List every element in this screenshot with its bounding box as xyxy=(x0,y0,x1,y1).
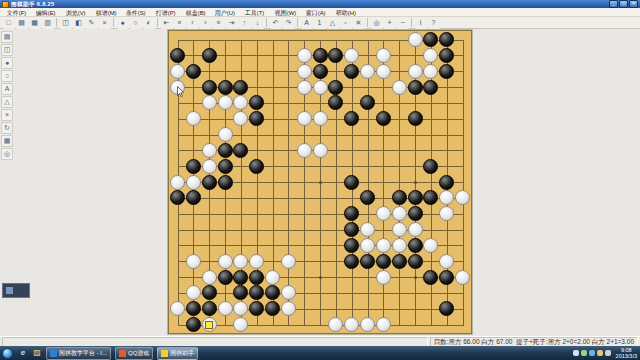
stone-black[interactable] xyxy=(265,301,280,316)
undo-icon[interactable]: ↶ xyxy=(270,17,282,29)
triangle-icon[interactable]: △ xyxy=(1,96,13,108)
stone-black[interactable] xyxy=(249,95,264,110)
status-left-panel xyxy=(2,337,428,347)
board-icon[interactable]: ◫ xyxy=(60,17,72,29)
stone-black[interactable] xyxy=(392,190,407,205)
stone-white[interactable] xyxy=(360,238,375,253)
stone-white[interactable] xyxy=(360,222,375,237)
client-area: ▤◫●○A△×↻▦◎ xyxy=(0,29,640,336)
stone-white[interactable] xyxy=(170,175,185,190)
zoom-in-icon[interactable]: + xyxy=(384,17,396,29)
stone-white[interactable] xyxy=(202,159,217,174)
stone-white[interactable] xyxy=(297,64,312,79)
stone-white[interactable] xyxy=(408,222,423,237)
message-icon[interactable] xyxy=(605,350,611,356)
toolbar-separator xyxy=(297,18,298,27)
stone-black[interactable] xyxy=(408,206,423,221)
grid-icon[interactable]: ▦ xyxy=(1,135,13,147)
menu-item-9[interactable]: 工具(T) xyxy=(241,8,268,16)
mark-cross-icon[interactable]: ✕ xyxy=(353,17,365,29)
desktop: { "game": "go (weiqi), 19x19", "window":… xyxy=(0,0,640,360)
stone-white[interactable] xyxy=(218,301,233,316)
stone-white[interactable] xyxy=(233,254,248,269)
print-icon[interactable]: ▥ xyxy=(42,17,54,29)
stone-black[interactable] xyxy=(344,238,359,253)
stone-black[interactable] xyxy=(249,270,264,285)
stone-black[interactable] xyxy=(376,111,391,126)
stone-black[interactable] xyxy=(170,190,185,205)
stone-black[interactable] xyxy=(265,285,280,300)
stone-black[interactable] xyxy=(408,111,423,126)
stone-black[interactable] xyxy=(233,80,248,95)
antivirus-icon[interactable] xyxy=(589,350,595,356)
stone-black[interactable] xyxy=(233,270,248,285)
maximize-button[interactable]: □ xyxy=(619,0,628,8)
first-move-icon[interactable]: ⇤ xyxy=(161,17,173,29)
stone-black[interactable] xyxy=(344,64,359,79)
stone-black[interactable] xyxy=(186,317,201,332)
play-black-icon[interactable]: ● xyxy=(1,57,13,69)
stone-white[interactable] xyxy=(392,222,407,237)
white-stone-icon[interactable]: ○ xyxy=(130,17,142,29)
stone-black[interactable] xyxy=(423,80,438,95)
menu-item-8[interactable]: 用户(U) xyxy=(211,8,239,16)
play-white-icon[interactable]: ○ xyxy=(1,70,13,82)
taskbar-button-label: QQ游戏 xyxy=(128,349,149,358)
explorer-quicklaunch-icon[interactable]: ▨ xyxy=(32,348,42,358)
board-small-icon[interactable]: ◫ xyxy=(1,44,13,56)
stone-white[interactable] xyxy=(344,48,359,63)
open-icon[interactable]: ▤ xyxy=(16,17,28,29)
up-variation-icon[interactable]: ↑ xyxy=(239,17,251,29)
stone-white[interactable] xyxy=(233,111,248,126)
stone-black[interactable] xyxy=(423,270,438,285)
stone-white[interactable] xyxy=(265,270,280,285)
stone-black[interactable] xyxy=(439,301,454,316)
mark-triangle-icon[interactable]: △ xyxy=(327,17,339,29)
mark-number-icon[interactable]: 1 xyxy=(314,17,326,29)
stone-black[interactable] xyxy=(233,285,248,300)
stone-white[interactable] xyxy=(218,95,233,110)
mouse-cursor xyxy=(176,84,185,102)
stone-black[interactable] xyxy=(423,32,438,47)
stone-white[interactable] xyxy=(423,64,438,79)
stone-black[interactable] xyxy=(408,190,423,205)
stone-white[interactable] xyxy=(344,317,359,332)
stone-white[interactable] xyxy=(170,64,185,79)
taskbar-button-icon xyxy=(119,350,126,357)
stone-white[interactable] xyxy=(360,64,375,79)
stone-black[interactable] xyxy=(313,48,328,63)
stone-black[interactable] xyxy=(344,254,359,269)
stone-white[interactable] xyxy=(202,143,217,158)
stone-black[interactable] xyxy=(249,159,264,174)
network-icon[interactable] xyxy=(581,350,587,356)
stone-black[interactable] xyxy=(344,222,359,237)
stone-white[interactable] xyxy=(439,254,454,269)
menu-item-11[interactable]: 窗口(A) xyxy=(302,8,329,16)
target-icon[interactable]: ◎ xyxy=(1,148,13,160)
stone-white[interactable] xyxy=(376,317,391,332)
grid-line-v xyxy=(368,40,369,326)
star-point xyxy=(414,276,417,279)
stone-white[interactable] xyxy=(439,190,454,205)
menu-item-2[interactable]: 编辑(E) xyxy=(32,8,59,16)
volume-icon[interactable] xyxy=(573,350,579,356)
stone-black[interactable] xyxy=(344,111,359,126)
info-icon[interactable]: i xyxy=(415,17,427,29)
stone-white[interactable] xyxy=(423,48,438,63)
stone-black[interactable] xyxy=(233,143,248,158)
stone-white[interactable] xyxy=(297,48,312,63)
stone-white[interactable] xyxy=(233,317,248,332)
star-point xyxy=(319,181,322,184)
stone-black[interactable] xyxy=(360,95,375,110)
stone-white[interactable] xyxy=(186,254,201,269)
count-icon[interactable]: ◎ xyxy=(371,17,383,29)
stone-black[interactable] xyxy=(218,159,233,174)
mark-square-icon[interactable]: ▫ xyxy=(340,17,352,29)
toolbar: □▤▦▥◫◧✎×●○◐⇤«‹›»⇥↑↓↶↷A1△▫✕◎+−i? xyxy=(0,17,640,29)
stone-white[interactable] xyxy=(202,95,217,110)
toolbar-separator xyxy=(411,18,412,27)
stone-black[interactable] xyxy=(439,32,454,47)
stone-white[interactable] xyxy=(186,175,201,190)
stone-black[interactable] xyxy=(328,80,343,95)
rotate-icon[interactable]: ↻ xyxy=(1,122,13,134)
stone-black[interactable] xyxy=(392,254,407,269)
back-icon[interactable]: ‹ xyxy=(187,17,199,29)
stone-white[interactable] xyxy=(249,254,264,269)
stone-black[interactable] xyxy=(439,270,454,285)
zoom-out-icon[interactable]: − xyxy=(397,17,409,29)
title-bar[interactable]: 围棋助手 6.8.25 _ □ × xyxy=(0,0,640,8)
tree-icon[interactable]: ▤ xyxy=(1,31,13,43)
help-icon[interactable]: ? xyxy=(428,17,440,29)
toolbar-separator xyxy=(367,18,368,27)
status-bar: 目数:黑方 66.00 白方 67.00 提子+死子:黑方 2+0=2.00 白… xyxy=(0,336,640,346)
taskbar-button-label: 围棋教学平台 - I... xyxy=(59,349,107,358)
toolbar-separator xyxy=(56,18,57,27)
menu-item-1[interactable]: 文件(F) xyxy=(3,8,30,16)
taskbar-button-2[interactable]: QQ游戏 xyxy=(115,347,153,360)
new-icon[interactable]: □ xyxy=(3,17,15,29)
redo-icon[interactable]: ↷ xyxy=(283,17,295,29)
stone-black[interactable] xyxy=(408,238,423,253)
start-button[interactable] xyxy=(2,348,13,359)
stone-black[interactable] xyxy=(186,301,201,316)
stone-white[interactable] xyxy=(408,32,423,47)
taskbar-button-icon xyxy=(50,350,57,357)
update-icon[interactable] xyxy=(597,350,603,356)
stone-black[interactable] xyxy=(218,143,233,158)
stone-black[interactable] xyxy=(202,285,217,300)
stone-black[interactable] xyxy=(186,64,201,79)
stone-black[interactable] xyxy=(328,48,343,63)
menu-item-3[interactable]: 浏览(V) xyxy=(62,8,89,16)
star-point xyxy=(319,276,322,279)
minimize-button[interactable]: _ xyxy=(609,0,618,8)
stone-white[interactable] xyxy=(376,238,391,253)
star-point xyxy=(414,181,417,184)
stone-black[interactable] xyxy=(186,190,201,205)
stone-black[interactable] xyxy=(218,270,233,285)
stone-white[interactable] xyxy=(328,317,343,332)
stone-white[interactable] xyxy=(439,206,454,221)
black-stone-icon[interactable]: ● xyxy=(117,17,129,29)
taskbar: e ▨ 围棋教学平台 - I...QQ游戏围棋助手 9:08 2013/3/3 xyxy=(0,346,640,360)
stone-black[interactable] xyxy=(218,175,233,190)
menu-item-4[interactable]: 棋谱(M) xyxy=(92,8,120,16)
stone-white[interactable] xyxy=(186,285,201,300)
taskbar-clock[interactable]: 9:08 2013/3/3 xyxy=(613,347,637,359)
ie-quicklaunch-icon[interactable]: e xyxy=(18,348,28,358)
stone-black[interactable] xyxy=(202,80,217,95)
menu-bar: 文件(F)编辑(E)浏览(V)棋谱(M)条件(S)打谱(P)棋盘(B)用户(U)… xyxy=(0,8,640,17)
stone-black[interactable] xyxy=(328,95,343,110)
stone-black[interactable] xyxy=(423,159,438,174)
taskbar-button-3[interactable]: 围棋助手 xyxy=(157,347,198,360)
label-icon[interactable]: A xyxy=(1,83,13,95)
status-score-text: 目数:黑方 66.00 白方 67.00 提子+死子:黑方 2+0=2.00 白… xyxy=(430,337,638,347)
edit-icon[interactable]: ✎ xyxy=(86,17,98,29)
stone-black[interactable] xyxy=(439,48,454,63)
taskbar-button-1[interactable]: 围棋教学平台 - I... xyxy=(46,347,111,360)
toolbar-separator xyxy=(266,18,267,27)
stone-black[interactable] xyxy=(202,48,217,63)
go-board[interactable] xyxy=(168,30,472,334)
window-title: 围棋助手 6.8.25 xyxy=(11,0,54,8)
last-move-marker xyxy=(205,321,213,329)
alternate-icon[interactable]: ◐ xyxy=(143,17,155,29)
stone-black[interactable] xyxy=(439,64,454,79)
toolbar-separator xyxy=(113,18,114,27)
stone-white[interactable] xyxy=(376,48,391,63)
stone-white[interactable] xyxy=(281,254,296,269)
stone-white[interactable] xyxy=(408,64,423,79)
stone-black[interactable] xyxy=(249,111,264,126)
stone-black[interactable] xyxy=(313,64,328,79)
stone-black[interactable] xyxy=(408,254,423,269)
stone-black[interactable] xyxy=(186,159,201,174)
stone-black[interactable] xyxy=(360,190,375,205)
stone-white[interactable] xyxy=(233,95,248,110)
system-tray: 9:08 2013/3/3 xyxy=(573,347,640,359)
back10-icon[interactable]: « xyxy=(174,17,186,29)
mark-letter-icon[interactable]: A xyxy=(301,17,313,29)
stone-black[interactable] xyxy=(360,254,375,269)
stone-white[interactable] xyxy=(376,206,391,221)
taskbar-button-icon xyxy=(161,350,168,357)
stone-white[interactable] xyxy=(423,238,438,253)
erase-icon[interactable]: × xyxy=(1,109,13,121)
stone-black[interactable] xyxy=(249,285,264,300)
side-toolbar: ▤◫●○A△×↻▦◎ xyxy=(1,31,13,160)
stone-black[interactable] xyxy=(408,80,423,95)
stone-white[interactable] xyxy=(297,143,312,158)
stone-white[interactable] xyxy=(360,317,375,332)
stone-black[interactable] xyxy=(202,301,217,316)
stone-black[interactable] xyxy=(423,190,438,205)
save-icon[interactable]: ▦ xyxy=(29,17,41,29)
stone-black[interactable] xyxy=(376,254,391,269)
app-icon xyxy=(2,1,9,8)
stone-white[interactable] xyxy=(392,80,407,95)
stone-white[interactable] xyxy=(376,64,391,79)
stone-black[interactable] xyxy=(202,175,217,190)
stone-white[interactable] xyxy=(455,270,470,285)
menu-item-7[interactable]: 棋盘(B) xyxy=(182,8,209,16)
stone-white[interactable] xyxy=(376,270,391,285)
grid-line-h xyxy=(178,325,464,326)
stone-white[interactable] xyxy=(281,301,296,316)
stone-white[interactable] xyxy=(455,190,470,205)
stone-white[interactable] xyxy=(170,301,185,316)
grid-line-h xyxy=(178,293,464,294)
forward10-icon[interactable]: » xyxy=(213,17,225,29)
stone-white[interactable] xyxy=(313,143,328,158)
stone-white[interactable] xyxy=(233,301,248,316)
stone-white[interactable] xyxy=(392,206,407,221)
stone-white[interactable] xyxy=(297,80,312,95)
stone-white[interactable] xyxy=(392,238,407,253)
menu-item-5[interactable]: 条件(S) xyxy=(122,8,149,16)
mini-preview-thumbnail[interactable] xyxy=(2,283,30,298)
stone-white[interactable] xyxy=(281,285,296,300)
taskbar-button-label: 围棋助手 xyxy=(170,349,194,358)
stone-white[interactable] xyxy=(218,254,233,269)
close-button[interactable]: × xyxy=(629,0,638,8)
toolbar-separator xyxy=(157,18,158,27)
stone-white[interactable] xyxy=(297,111,312,126)
menu-item-12[interactable]: 帮助(H) xyxy=(332,8,360,16)
stone-white[interactable] xyxy=(313,80,328,95)
forward-icon[interactable]: › xyxy=(200,17,212,29)
stone-black[interactable] xyxy=(218,80,233,95)
stone-black[interactable] xyxy=(344,175,359,190)
menu-item-10[interactable]: 视图(W) xyxy=(271,8,300,16)
stone-black[interactable] xyxy=(249,301,264,316)
stone-white[interactable] xyxy=(202,270,217,285)
stone-white[interactable] xyxy=(186,111,201,126)
stone-black[interactable] xyxy=(170,48,185,63)
menu-item-6[interactable]: 打谱(P) xyxy=(152,8,179,16)
down-variation-icon[interactable]: ↓ xyxy=(252,17,264,29)
setup-icon[interactable]: ◧ xyxy=(73,17,85,29)
stone-white[interactable] xyxy=(218,127,233,142)
delete-icon[interactable]: × xyxy=(99,17,111,29)
stone-black[interactable] xyxy=(439,175,454,190)
last-move-icon[interactable]: ⇥ xyxy=(226,17,238,29)
stone-white[interactable] xyxy=(313,111,328,126)
stone-black[interactable] xyxy=(344,206,359,221)
